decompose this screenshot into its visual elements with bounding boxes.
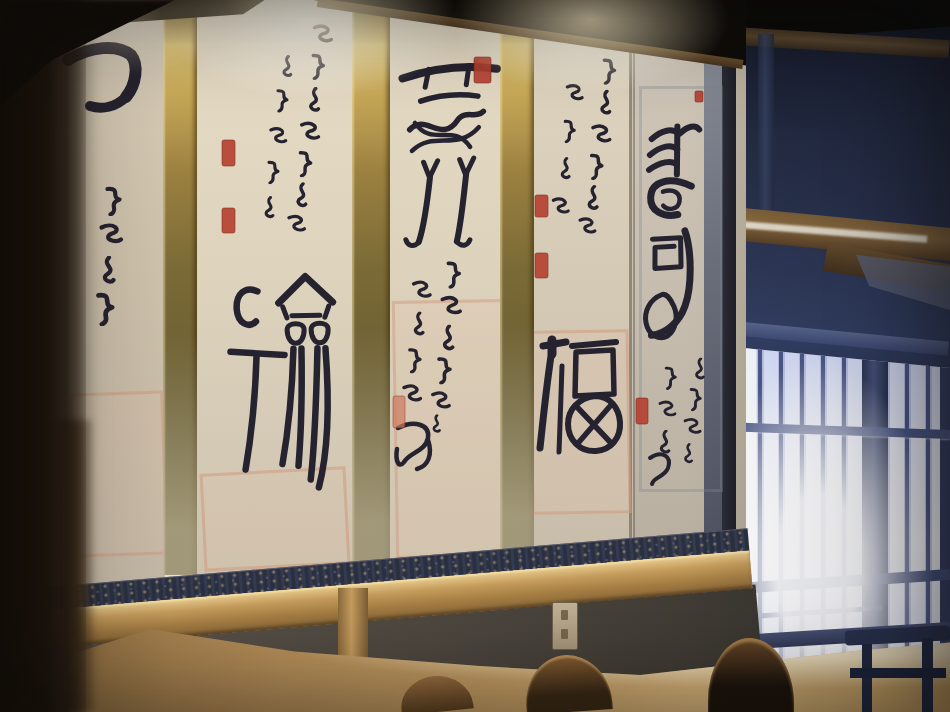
large-char-fuku	[540, 340, 620, 452]
photo-japanese-calligraphy-room: A wall of gold-edged folding-screen call…	[0, 0, 950, 712]
dark-chair-seat	[850, 668, 946, 678]
text-columns-p3	[402, 262, 461, 432]
power-outlet	[552, 602, 578, 650]
char-ya-large	[396, 424, 429, 469]
text-columns-p5	[657, 357, 704, 463]
large-char-mai	[397, 63, 497, 248]
foreground-blur-edge	[70, 0, 98, 712]
text-columns-p4	[551, 57, 615, 233]
dark-chair-leg	[862, 644, 872, 712]
text-column-p1	[99, 189, 122, 324]
large-char-ju	[640, 124, 699, 339]
large-char-ken	[229, 276, 336, 489]
text-columns-p2	[264, 23, 332, 231]
char-ju-cursive	[650, 454, 669, 484]
